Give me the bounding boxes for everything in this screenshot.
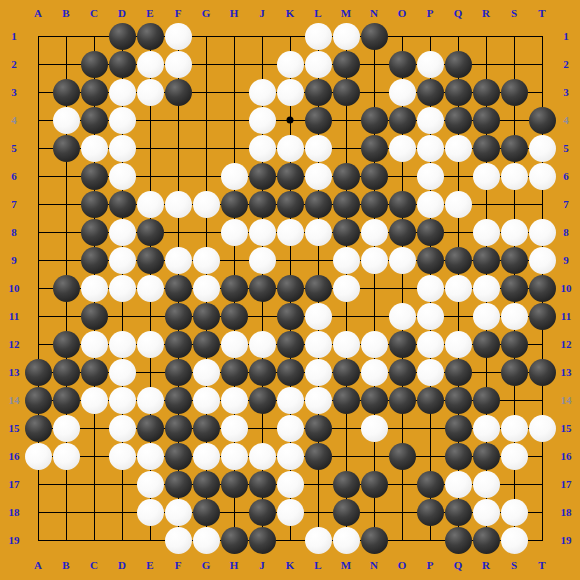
intersection-D1[interactable] xyxy=(108,22,136,50)
intersection-K5[interactable] xyxy=(276,134,304,162)
intersection-R15[interactable] xyxy=(472,414,500,442)
intersection-K10[interactable] xyxy=(276,274,304,302)
intersection-H10[interactable] xyxy=(220,274,248,302)
intersection-T17[interactable] xyxy=(528,470,556,498)
intersection-Q13[interactable] xyxy=(444,358,472,386)
intersection-M19[interactable] xyxy=(332,526,360,554)
intersection-E16[interactable] xyxy=(136,442,164,470)
intersection-L16[interactable] xyxy=(304,442,332,470)
intersection-H18[interactable] xyxy=(220,498,248,526)
intersection-A5[interactable] xyxy=(24,134,52,162)
intersection-N2[interactable] xyxy=(360,50,388,78)
intersection-O17[interactable] xyxy=(388,470,416,498)
intersection-O11[interactable] xyxy=(388,302,416,330)
intersection-Q10[interactable] xyxy=(444,274,472,302)
intersection-E11[interactable] xyxy=(136,302,164,330)
intersection-K2[interactable] xyxy=(276,50,304,78)
intersection-F2[interactable] xyxy=(164,50,192,78)
intersection-H14[interactable] xyxy=(220,386,248,414)
intersection-C1[interactable] xyxy=(80,22,108,50)
intersection-Q18[interactable] xyxy=(444,498,472,526)
intersection-T19[interactable] xyxy=(528,526,556,554)
intersection-E15[interactable] xyxy=(136,414,164,442)
intersection-H8[interactable] xyxy=(220,218,248,246)
intersection-S8[interactable] xyxy=(500,218,528,246)
intersection-N4[interactable] xyxy=(360,106,388,134)
intersection-Q14[interactable] xyxy=(444,386,472,414)
intersection-D2[interactable] xyxy=(108,50,136,78)
intersection-N18[interactable] xyxy=(360,498,388,526)
intersection-G2[interactable] xyxy=(192,50,220,78)
intersection-B12[interactable] xyxy=(52,330,80,358)
intersection-M8[interactable] xyxy=(332,218,360,246)
intersection-B11[interactable] xyxy=(52,302,80,330)
intersection-T13[interactable] xyxy=(528,358,556,386)
intersection-T11[interactable] xyxy=(528,302,556,330)
intersection-H6[interactable] xyxy=(220,162,248,190)
intersection-E8[interactable] xyxy=(136,218,164,246)
intersection-A9[interactable] xyxy=(24,246,52,274)
intersection-E17[interactable] xyxy=(136,470,164,498)
intersection-J7[interactable] xyxy=(248,190,276,218)
intersection-N10[interactable] xyxy=(360,274,388,302)
intersection-F11[interactable] xyxy=(164,302,192,330)
intersection-A13[interactable] xyxy=(24,358,52,386)
intersection-K15[interactable] xyxy=(276,414,304,442)
intersection-N1[interactable] xyxy=(360,22,388,50)
intersection-N7[interactable] xyxy=(360,190,388,218)
intersection-G17[interactable] xyxy=(192,470,220,498)
intersection-A11[interactable] xyxy=(24,302,52,330)
intersection-J10[interactable] xyxy=(248,274,276,302)
intersection-C9[interactable] xyxy=(80,246,108,274)
intersection-Q12[interactable] xyxy=(444,330,472,358)
intersection-P12[interactable] xyxy=(416,330,444,358)
intersection-K14[interactable] xyxy=(276,386,304,414)
intersection-L10[interactable] xyxy=(304,274,332,302)
intersection-G4[interactable] xyxy=(192,106,220,134)
intersection-R14[interactable] xyxy=(472,386,500,414)
intersection-K18[interactable] xyxy=(276,498,304,526)
intersection-F1[interactable] xyxy=(164,22,192,50)
intersection-J1[interactable] xyxy=(248,22,276,50)
intersection-F15[interactable] xyxy=(164,414,192,442)
intersection-Q8[interactable] xyxy=(444,218,472,246)
intersection-C7[interactable] xyxy=(80,190,108,218)
intersection-M7[interactable] xyxy=(332,190,360,218)
intersection-N16[interactable] xyxy=(360,442,388,470)
intersection-P19[interactable] xyxy=(416,526,444,554)
intersection-C10[interactable] xyxy=(80,274,108,302)
intersection-J5[interactable] xyxy=(248,134,276,162)
intersection-D13[interactable] xyxy=(108,358,136,386)
intersection-H12[interactable] xyxy=(220,330,248,358)
intersection-E14[interactable] xyxy=(136,386,164,414)
intersection-R17[interactable] xyxy=(472,470,500,498)
intersection-M17[interactable] xyxy=(332,470,360,498)
intersection-G8[interactable] xyxy=(192,218,220,246)
intersection-T9[interactable] xyxy=(528,246,556,274)
intersection-F19[interactable] xyxy=(164,526,192,554)
intersection-S18[interactable] xyxy=(500,498,528,526)
intersection-K17[interactable] xyxy=(276,470,304,498)
intersection-N13[interactable] xyxy=(360,358,388,386)
intersection-K19[interactable] xyxy=(276,526,304,554)
intersection-T16[interactable] xyxy=(528,442,556,470)
intersection-H7[interactable] xyxy=(220,190,248,218)
intersection-B5[interactable] xyxy=(52,134,80,162)
intersection-D15[interactable] xyxy=(108,414,136,442)
intersection-N11[interactable] xyxy=(360,302,388,330)
intersection-Q19[interactable] xyxy=(444,526,472,554)
intersection-H15[interactable] xyxy=(220,414,248,442)
intersection-T6[interactable] xyxy=(528,162,556,190)
intersection-J13[interactable] xyxy=(248,358,276,386)
intersection-K6[interactable] xyxy=(276,162,304,190)
intersection-H3[interactable] xyxy=(220,78,248,106)
intersection-R18[interactable] xyxy=(472,498,500,526)
intersection-M6[interactable] xyxy=(332,162,360,190)
intersection-P11[interactable] xyxy=(416,302,444,330)
intersection-R8[interactable] xyxy=(472,218,500,246)
intersection-J18[interactable] xyxy=(248,498,276,526)
intersection-C4[interactable] xyxy=(80,106,108,134)
intersection-L9[interactable] xyxy=(304,246,332,274)
intersection-M4[interactable] xyxy=(332,106,360,134)
intersection-L14[interactable] xyxy=(304,386,332,414)
intersection-R2[interactable] xyxy=(472,50,500,78)
intersection-J19[interactable] xyxy=(248,526,276,554)
intersection-Q6[interactable] xyxy=(444,162,472,190)
intersection-P10[interactable] xyxy=(416,274,444,302)
intersection-A6[interactable] xyxy=(24,162,52,190)
intersection-N3[interactable] xyxy=(360,78,388,106)
intersection-P9[interactable] xyxy=(416,246,444,274)
intersection-C17[interactable] xyxy=(80,470,108,498)
intersection-T14[interactable] xyxy=(528,386,556,414)
intersection-B1[interactable] xyxy=(52,22,80,50)
intersection-S9[interactable] xyxy=(500,246,528,274)
intersection-K8[interactable] xyxy=(276,218,304,246)
intersection-S14[interactable] xyxy=(500,386,528,414)
intersection-O12[interactable] xyxy=(388,330,416,358)
intersection-O4[interactable] xyxy=(388,106,416,134)
intersection-D9[interactable] xyxy=(108,246,136,274)
intersection-Q5[interactable] xyxy=(444,134,472,162)
intersection-C18[interactable] xyxy=(80,498,108,526)
intersection-T18[interactable] xyxy=(528,498,556,526)
intersection-D8[interactable] xyxy=(108,218,136,246)
intersection-G19[interactable] xyxy=(192,526,220,554)
intersection-E9[interactable] xyxy=(136,246,164,274)
intersection-S13[interactable] xyxy=(500,358,528,386)
intersection-L2[interactable] xyxy=(304,50,332,78)
intersection-O15[interactable] xyxy=(388,414,416,442)
intersection-J2[interactable] xyxy=(248,50,276,78)
intersection-A18[interactable] xyxy=(24,498,52,526)
intersection-M3[interactable] xyxy=(332,78,360,106)
intersection-H13[interactable] xyxy=(220,358,248,386)
intersection-T15[interactable] xyxy=(528,414,556,442)
intersection-C5[interactable] xyxy=(80,134,108,162)
intersection-E13[interactable] xyxy=(136,358,164,386)
intersection-C3[interactable] xyxy=(80,78,108,106)
intersection-O16[interactable] xyxy=(388,442,416,470)
intersection-M14[interactable] xyxy=(332,386,360,414)
intersection-A8[interactable] xyxy=(24,218,52,246)
intersection-S17[interactable] xyxy=(500,470,528,498)
intersection-N8[interactable] xyxy=(360,218,388,246)
intersection-S6[interactable] xyxy=(500,162,528,190)
intersection-P2[interactable] xyxy=(416,50,444,78)
intersection-N19[interactable] xyxy=(360,526,388,554)
intersection-N15[interactable] xyxy=(360,414,388,442)
intersection-H5[interactable] xyxy=(220,134,248,162)
intersection-E19[interactable] xyxy=(136,526,164,554)
intersection-J9[interactable] xyxy=(248,246,276,274)
intersection-P1[interactable] xyxy=(416,22,444,50)
intersection-R13[interactable] xyxy=(472,358,500,386)
intersection-N9[interactable] xyxy=(360,246,388,274)
intersection-B16[interactable] xyxy=(52,442,80,470)
intersection-C19[interactable] xyxy=(80,526,108,554)
intersection-B2[interactable] xyxy=(52,50,80,78)
intersection-G5[interactable] xyxy=(192,134,220,162)
intersection-F7[interactable] xyxy=(164,190,192,218)
intersection-P6[interactable] xyxy=(416,162,444,190)
intersection-O13[interactable] xyxy=(388,358,416,386)
intersection-K13[interactable] xyxy=(276,358,304,386)
intersection-A14[interactable] xyxy=(24,386,52,414)
intersection-G13[interactable] xyxy=(192,358,220,386)
intersection-A12[interactable] xyxy=(24,330,52,358)
intersection-F17[interactable] xyxy=(164,470,192,498)
intersection-R16[interactable] xyxy=(472,442,500,470)
intersection-T2[interactable] xyxy=(528,50,556,78)
intersection-T4[interactable] xyxy=(528,106,556,134)
intersection-Q1[interactable] xyxy=(444,22,472,50)
intersection-B19[interactable] xyxy=(52,526,80,554)
intersection-M16[interactable] xyxy=(332,442,360,470)
intersection-O14[interactable] xyxy=(388,386,416,414)
intersection-N5[interactable] xyxy=(360,134,388,162)
intersection-J16[interactable] xyxy=(248,442,276,470)
intersection-C8[interactable] xyxy=(80,218,108,246)
intersection-Q16[interactable] xyxy=(444,442,472,470)
intersection-S2[interactable] xyxy=(500,50,528,78)
intersection-O3[interactable] xyxy=(388,78,416,106)
intersection-G11[interactable] xyxy=(192,302,220,330)
intersection-O8[interactable] xyxy=(388,218,416,246)
intersection-L17[interactable] xyxy=(304,470,332,498)
intersection-E18[interactable] xyxy=(136,498,164,526)
intersection-B13[interactable] xyxy=(52,358,80,386)
intersection-P14[interactable] xyxy=(416,386,444,414)
intersection-P4[interactable] xyxy=(416,106,444,134)
intersection-F14[interactable] xyxy=(164,386,192,414)
intersection-C15[interactable] xyxy=(80,414,108,442)
intersection-E2[interactable] xyxy=(136,50,164,78)
intersection-S5[interactable] xyxy=(500,134,528,162)
intersection-T12[interactable] xyxy=(528,330,556,358)
intersection-R6[interactable] xyxy=(472,162,500,190)
intersection-R1[interactable] xyxy=(472,22,500,50)
intersection-L8[interactable] xyxy=(304,218,332,246)
intersection-C11[interactable] xyxy=(80,302,108,330)
intersection-L5[interactable] xyxy=(304,134,332,162)
intersection-E4[interactable] xyxy=(136,106,164,134)
intersection-P16[interactable] xyxy=(416,442,444,470)
intersection-G3[interactable] xyxy=(192,78,220,106)
intersection-R9[interactable] xyxy=(472,246,500,274)
intersection-H19[interactable] xyxy=(220,526,248,554)
intersection-G6[interactable] xyxy=(192,162,220,190)
intersection-F3[interactable] xyxy=(164,78,192,106)
intersection-J8[interactable] xyxy=(248,218,276,246)
intersection-L12[interactable] xyxy=(304,330,332,358)
intersection-A7[interactable] xyxy=(24,190,52,218)
intersection-L7[interactable] xyxy=(304,190,332,218)
intersection-A10[interactable] xyxy=(24,274,52,302)
intersection-P18[interactable] xyxy=(416,498,444,526)
intersection-F13[interactable] xyxy=(164,358,192,386)
intersection-G18[interactable] xyxy=(192,498,220,526)
intersection-E10[interactable] xyxy=(136,274,164,302)
intersection-L19[interactable] xyxy=(304,526,332,554)
intersection-H11[interactable] xyxy=(220,302,248,330)
intersection-C16[interactable] xyxy=(80,442,108,470)
intersection-K11[interactable] xyxy=(276,302,304,330)
intersection-O18[interactable] xyxy=(388,498,416,526)
intersection-D3[interactable] xyxy=(108,78,136,106)
intersection-S4[interactable] xyxy=(500,106,528,134)
intersection-L11[interactable] xyxy=(304,302,332,330)
intersection-R10[interactable] xyxy=(472,274,500,302)
intersection-T8[interactable] xyxy=(528,218,556,246)
intersection-D11[interactable] xyxy=(108,302,136,330)
intersection-G10[interactable] xyxy=(192,274,220,302)
intersection-N17[interactable] xyxy=(360,470,388,498)
intersection-L15[interactable] xyxy=(304,414,332,442)
intersection-O6[interactable] xyxy=(388,162,416,190)
intersection-F16[interactable] xyxy=(164,442,192,470)
intersection-G12[interactable] xyxy=(192,330,220,358)
intersection-P7[interactable] xyxy=(416,190,444,218)
intersection-B18[interactable] xyxy=(52,498,80,526)
intersection-M2[interactable] xyxy=(332,50,360,78)
intersection-R11[interactable] xyxy=(472,302,500,330)
intersection-C2[interactable] xyxy=(80,50,108,78)
intersection-B9[interactable] xyxy=(52,246,80,274)
intersection-M1[interactable] xyxy=(332,22,360,50)
intersection-B15[interactable] xyxy=(52,414,80,442)
intersection-F18[interactable] xyxy=(164,498,192,526)
intersection-L18[interactable] xyxy=(304,498,332,526)
intersection-E3[interactable] xyxy=(136,78,164,106)
intersection-A19[interactable] xyxy=(24,526,52,554)
intersection-H16[interactable] xyxy=(220,442,248,470)
intersection-D14[interactable] xyxy=(108,386,136,414)
intersection-F10[interactable] xyxy=(164,274,192,302)
intersection-F5[interactable] xyxy=(164,134,192,162)
intersection-Q3[interactable] xyxy=(444,78,472,106)
intersection-D19[interactable] xyxy=(108,526,136,554)
intersection-T7[interactable] xyxy=(528,190,556,218)
intersection-S7[interactable] xyxy=(500,190,528,218)
intersection-D18[interactable] xyxy=(108,498,136,526)
intersection-T3[interactable] xyxy=(528,78,556,106)
intersection-K16[interactable] xyxy=(276,442,304,470)
intersection-R7[interactable] xyxy=(472,190,500,218)
intersection-K4[interactable] xyxy=(276,106,304,134)
intersection-S15[interactable] xyxy=(500,414,528,442)
intersection-B8[interactable] xyxy=(52,218,80,246)
intersection-M5[interactable] xyxy=(332,134,360,162)
intersection-E7[interactable] xyxy=(136,190,164,218)
intersection-M13[interactable] xyxy=(332,358,360,386)
intersection-F12[interactable] xyxy=(164,330,192,358)
intersection-B10[interactable] xyxy=(52,274,80,302)
intersection-E12[interactable] xyxy=(136,330,164,358)
intersection-O5[interactable] xyxy=(388,134,416,162)
intersection-J6[interactable] xyxy=(248,162,276,190)
intersection-H17[interactable] xyxy=(220,470,248,498)
intersection-F9[interactable] xyxy=(164,246,192,274)
intersection-T10[interactable] xyxy=(528,274,556,302)
intersection-R4[interactable] xyxy=(472,106,500,134)
intersection-K1[interactable] xyxy=(276,22,304,50)
intersection-Q11[interactable] xyxy=(444,302,472,330)
intersection-D17[interactable] xyxy=(108,470,136,498)
intersection-A1[interactable] xyxy=(24,22,52,50)
intersection-P17[interactable] xyxy=(416,470,444,498)
intersection-J14[interactable] xyxy=(248,386,276,414)
intersection-B7[interactable] xyxy=(52,190,80,218)
intersection-F4[interactable] xyxy=(164,106,192,134)
intersection-C12[interactable] xyxy=(80,330,108,358)
intersection-B3[interactable] xyxy=(52,78,80,106)
intersection-K3[interactable] xyxy=(276,78,304,106)
intersection-S10[interactable] xyxy=(500,274,528,302)
intersection-S1[interactable] xyxy=(500,22,528,50)
intersection-D10[interactable] xyxy=(108,274,136,302)
intersection-F8[interactable] xyxy=(164,218,192,246)
intersection-L6[interactable] xyxy=(304,162,332,190)
intersection-O10[interactable] xyxy=(388,274,416,302)
intersection-O7[interactable] xyxy=(388,190,416,218)
intersection-D4[interactable] xyxy=(108,106,136,134)
intersection-O19[interactable] xyxy=(388,526,416,554)
intersection-J11[interactable] xyxy=(248,302,276,330)
intersection-C13[interactable] xyxy=(80,358,108,386)
intersection-Q7[interactable] xyxy=(444,190,472,218)
intersection-A16[interactable] xyxy=(24,442,52,470)
intersection-D16[interactable] xyxy=(108,442,136,470)
intersection-O2[interactable] xyxy=(388,50,416,78)
intersection-S11[interactable] xyxy=(500,302,528,330)
intersection-H1[interactable] xyxy=(220,22,248,50)
intersection-Q15[interactable] xyxy=(444,414,472,442)
intersection-S12[interactable] xyxy=(500,330,528,358)
intersection-L1[interactable] xyxy=(304,22,332,50)
intersection-K7[interactable] xyxy=(276,190,304,218)
intersection-S3[interactable] xyxy=(500,78,528,106)
intersection-P5[interactable] xyxy=(416,134,444,162)
intersection-J15[interactable] xyxy=(248,414,276,442)
intersection-C14[interactable] xyxy=(80,386,108,414)
intersection-H9[interactable] xyxy=(220,246,248,274)
intersection-L3[interactable] xyxy=(304,78,332,106)
